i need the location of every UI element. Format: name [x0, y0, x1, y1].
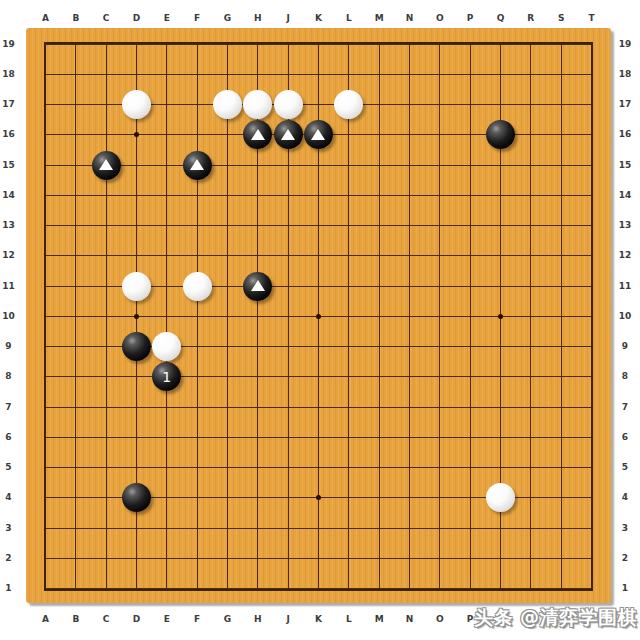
stone-black-Q16: [486, 120, 515, 149]
triangle-marker: [311, 129, 325, 140]
watermark-text: 头条 @清弈学围棋: [474, 605, 637, 631]
stone-white-H17: [243, 90, 272, 119]
triangle-marker: [190, 159, 204, 170]
stone-black-D9: [122, 332, 151, 361]
go-diagram-page: AABBCCDDEEFFGGHHJJKKLLMMNNOOPPQQRRSSTT19…: [0, 0, 640, 640]
triangle-marker: [281, 129, 295, 140]
triangle-marker: [251, 280, 265, 291]
stone-white-F11: [183, 272, 212, 301]
stone-white-G17: [213, 90, 242, 119]
stone-black-E8: 1: [152, 362, 181, 391]
stone-black-H16: [243, 120, 272, 149]
stone-white-J17: [274, 90, 303, 119]
stone-black-H11: [243, 272, 272, 301]
stone-white-Q4: [486, 483, 515, 512]
stone-white-L17: [334, 90, 363, 119]
stone-white-D17: [122, 90, 151, 119]
stone-black-C15: [92, 151, 121, 180]
stone-black-D4: [122, 483, 151, 512]
stone-black-K16: [304, 120, 333, 149]
stone-white-D11: [122, 272, 151, 301]
stone-black-J16: [274, 120, 303, 149]
stone-black-F15: [183, 151, 212, 180]
triangle-marker: [251, 129, 265, 140]
move-number-label: 1: [162, 370, 171, 384]
stone-white-E9: [152, 332, 181, 361]
stones-layer: 1: [0, 0, 640, 640]
triangle-marker: [99, 159, 113, 170]
